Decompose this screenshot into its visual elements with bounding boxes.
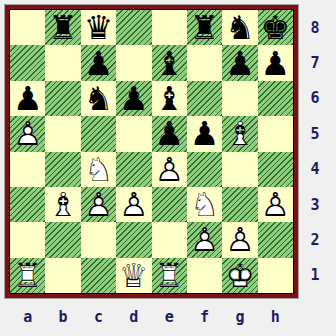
- white-knight: ♞♘: [187, 187, 222, 222]
- piece-outline-glyph: ♔: [222, 258, 257, 293]
- square-g6[interactable]: [222, 81, 257, 116]
- square-d1[interactable]: ♛♕: [116, 258, 151, 293]
- black-knight: ♞: [81, 81, 116, 116]
- square-d4[interactable]: [116, 152, 151, 187]
- rank-label-4: 4: [301, 152, 329, 187]
- square-g2[interactable]: ♟♙: [222, 222, 257, 257]
- rank-label-5: 5: [301, 116, 329, 151]
- square-b6[interactable]: [45, 81, 80, 116]
- white-pawn: ♟♙: [222, 222, 257, 257]
- square-d6[interactable]: ♟: [116, 81, 151, 116]
- square-c1[interactable]: [81, 258, 116, 293]
- square-a2[interactable]: [10, 222, 45, 257]
- square-g4[interactable]: [222, 152, 257, 187]
- square-d3[interactable]: ♟♙: [116, 187, 151, 222]
- piece-outline-glyph: ♙: [116, 187, 151, 222]
- square-b7[interactable]: [45, 45, 80, 80]
- black-bishop: ♝: [152, 46, 187, 81]
- square-b5[interactable]: [45, 116, 80, 151]
- square-e4[interactable]: ♟♙: [152, 152, 187, 187]
- black-pawn: ♟: [187, 116, 222, 151]
- rank-label-8: 8: [301, 10, 329, 45]
- piece-outline-glyph: ♘: [187, 187, 222, 222]
- square-c6[interactable]: ♞: [81, 81, 116, 116]
- square-f8[interactable]: ♜: [187, 10, 222, 45]
- black-queen: ♛: [81, 10, 116, 45]
- piece-glyph: ♟: [258, 46, 293, 81]
- piece-outline-glyph: ♙: [187, 222, 222, 257]
- square-e2[interactable]: [152, 222, 187, 257]
- piece-glyph: ♟: [10, 81, 45, 116]
- square-a8[interactable]: [10, 10, 45, 45]
- rank-label-2: 2: [301, 222, 329, 257]
- file-label-f: f: [187, 303, 222, 331]
- black-pawn: ♟: [152, 116, 187, 151]
- piece-outline-glyph: ♙: [258, 187, 293, 222]
- square-f3[interactable]: ♞♘: [187, 187, 222, 222]
- file-label-a: a: [10, 303, 45, 331]
- square-e1[interactable]: ♜♖: [152, 258, 187, 293]
- rank-label-7: 7: [301, 45, 329, 80]
- piece-outline-glyph: ♕: [116, 258, 151, 293]
- rank-labels: 87654321: [301, 10, 329, 293]
- file-label-e: e: [152, 303, 187, 331]
- white-pawn: ♟♙: [258, 187, 293, 222]
- black-pawn: ♟: [116, 81, 151, 116]
- black-pawn: ♟: [222, 46, 257, 81]
- square-f6[interactable]: [187, 81, 222, 116]
- square-e5[interactable]: ♟: [152, 116, 187, 151]
- square-h8[interactable]: ♚: [258, 10, 293, 45]
- square-h4[interactable]: [258, 152, 293, 187]
- white-knight: ♞♘: [81, 152, 116, 187]
- square-a7[interactable]: [10, 45, 45, 80]
- square-a6[interactable]: ♟: [10, 81, 45, 116]
- square-h7[interactable]: ♟: [258, 45, 293, 80]
- square-g5[interactable]: ♝♗: [222, 116, 257, 151]
- white-pawn: ♟♙: [81, 187, 116, 222]
- square-h1[interactable]: [258, 258, 293, 293]
- square-f1[interactable]: [187, 258, 222, 293]
- square-f4[interactable]: [187, 152, 222, 187]
- square-d5[interactable]: [116, 116, 151, 151]
- piece-glyph: ♟: [222, 46, 257, 81]
- piece-outline-glyph: ♙: [81, 187, 116, 222]
- board-frame: ♜♛♜♞♚♟♝♟♟♟♞♟♝♟♙♟♟♝♗♞♘♟♙♝♗♟♙♟♙♞♘♟♙♟♙♟♙♜♖♛…: [5, 5, 298, 298]
- square-d7[interactable]: [116, 45, 151, 80]
- square-b4[interactable]: [45, 152, 80, 187]
- black-knight: ♞: [222, 10, 257, 45]
- piece-outline-glyph: ♙: [222, 222, 257, 257]
- square-a5[interactable]: ♟♙: [10, 116, 45, 151]
- white-rook: ♜♖: [152, 258, 187, 293]
- piece-glyph: ♚: [258, 10, 293, 45]
- piece-glyph: ♟: [152, 116, 187, 151]
- square-c2[interactable]: [81, 222, 116, 257]
- square-a1[interactable]: ♜♖: [10, 258, 45, 293]
- square-e7[interactable]: ♝: [152, 45, 187, 80]
- square-c8[interactable]: ♛: [81, 10, 116, 45]
- piece-glyph: ♟: [116, 81, 151, 116]
- rank-label-1: 1: [301, 258, 329, 293]
- black-pawn: ♟: [10, 81, 45, 116]
- square-g3[interactable]: [222, 187, 257, 222]
- square-h5[interactable]: [258, 116, 293, 151]
- square-a4[interactable]: [10, 152, 45, 187]
- rank-label-3: 3: [301, 187, 329, 222]
- black-king: ♚: [258, 10, 293, 45]
- piece-outline-glyph: ♘: [81, 152, 116, 187]
- piece-glyph: ♟: [81, 46, 116, 81]
- white-rook: ♜♖: [10, 258, 45, 293]
- white-king: ♚♔: [222, 258, 257, 293]
- black-pawn: ♟: [81, 46, 116, 81]
- square-d2[interactable]: [116, 222, 151, 257]
- square-f5[interactable]: ♟: [187, 116, 222, 151]
- rank-label-6: 6: [301, 81, 329, 116]
- black-bishop: ♝: [152, 81, 187, 116]
- square-c7[interactable]: ♟: [81, 45, 116, 80]
- square-e3[interactable]: [152, 187, 187, 222]
- piece-outline-glyph: ♗: [46, 187, 81, 222]
- square-g8[interactable]: ♞: [222, 10, 257, 45]
- file-label-h: h: [258, 303, 293, 331]
- piece-outline-glyph: ♖: [10, 258, 45, 293]
- square-e6[interactable]: ♝: [152, 81, 187, 116]
- square-b8[interactable]: ♜: [45, 10, 80, 45]
- chess-board: ♜♛♜♞♚♟♝♟♟♟♞♟♝♟♙♟♟♝♗♞♘♟♙♝♗♟♙♟♙♞♘♟♙♟♙♟♙♜♖♛…: [9, 9, 294, 294]
- piece-outline-glyph: ♗: [222, 116, 257, 151]
- square-g7[interactable]: ♟: [222, 45, 257, 80]
- piece-glyph: ♜: [187, 10, 222, 45]
- square-c3[interactable]: ♟♙: [81, 187, 116, 222]
- file-labels: abcdefgh: [10, 303, 293, 331]
- piece-outline-glyph: ♖: [152, 258, 187, 293]
- white-pawn: ♟♙: [116, 187, 151, 222]
- square-b2[interactable]: [45, 222, 80, 257]
- piece-outline-glyph: ♙: [10, 116, 45, 151]
- file-label-b: b: [45, 303, 80, 331]
- piece-glyph: ♞: [222, 10, 257, 45]
- white-bishop: ♝♗: [222, 116, 257, 151]
- square-a3[interactable]: [10, 187, 45, 222]
- white-pawn: ♟♙: [10, 116, 45, 151]
- square-b3[interactable]: ♝♗: [45, 187, 80, 222]
- square-c5[interactable]: [81, 116, 116, 151]
- square-g1[interactable]: ♚♔: [222, 258, 257, 293]
- square-h3[interactable]: ♟♙: [258, 187, 293, 222]
- square-h6[interactable]: [258, 81, 293, 116]
- file-label-g: g: [222, 303, 257, 331]
- white-pawn: ♟♙: [187, 222, 222, 257]
- black-rook: ♜: [187, 10, 222, 45]
- square-h2[interactable]: [258, 222, 293, 257]
- piece-glyph: ♝: [152, 81, 187, 116]
- square-c4[interactable]: ♞♘: [81, 152, 116, 187]
- square-f7[interactable]: [187, 45, 222, 80]
- white-queen: ♛♕: [116, 258, 151, 293]
- piece-glyph: ♝: [152, 46, 187, 81]
- black-pawn: ♟: [258, 46, 293, 81]
- white-pawn: ♟♙: [152, 152, 187, 187]
- piece-glyph: ♞: [81, 81, 116, 116]
- square-d8[interactable]: [116, 10, 151, 45]
- square-b1[interactable]: [45, 258, 80, 293]
- file-label-d: d: [116, 303, 151, 331]
- square-e8[interactable]: [152, 10, 187, 45]
- square-f2[interactable]: ♟♙: [187, 222, 222, 257]
- piece-glyph: ♜: [46, 10, 81, 45]
- chess-diagram: ♜♛♜♞♚♟♝♟♟♟♞♟♝♟♙♟♟♝♗♞♘♟♙♝♗♟♙♟♙♞♘♟♙♟♙♟♙♜♖♛…: [0, 0, 336, 336]
- piece-glyph: ♛: [81, 10, 116, 45]
- piece-outline-glyph: ♙: [152, 152, 187, 187]
- file-label-c: c: [81, 303, 116, 331]
- black-rook: ♜: [46, 10, 81, 45]
- white-bishop: ♝♗: [46, 187, 81, 222]
- piece-glyph: ♟: [187, 116, 222, 151]
